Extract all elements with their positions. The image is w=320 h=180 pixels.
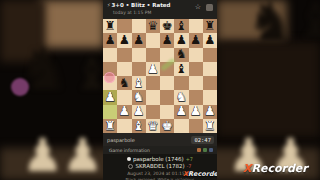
player-name[interactable]: pasparbole — [107, 137, 135, 143]
white-rating-diff: +7 — [186, 156, 193, 162]
square-b8[interactable] — [117, 19, 131, 33]
square-c6[interactable] — [132, 48, 146, 62]
white-pawn: ♟ — [190, 105, 201, 118]
white-king: ♚ — [162, 120, 173, 133]
square-c2[interactable]: ♟ — [132, 105, 146, 119]
bg-dark-blur — [217, 42, 320, 137]
white-rook: ♜ — [204, 120, 215, 133]
player-clock: 02:47 — [191, 136, 214, 144]
white-player-line: pasparbole (1746) +7 — [127, 156, 193, 162]
white-pawn: ♟ — [119, 105, 130, 118]
watermark-rest: Recorder — [251, 162, 307, 175]
square-b7[interactable]: ♟ — [117, 33, 131, 47]
white-pawn: ♟ — [147, 63, 158, 76]
square-e3[interactable] — [160, 90, 174, 104]
square-h8[interactable]: ♜ — [203, 19, 217, 33]
white-knight: ♞ — [176, 91, 187, 104]
square-f5[interactable]: ♝ — [174, 62, 188, 76]
square-f6[interactable]: ♞ — [174, 48, 188, 62]
square-c3[interactable]: ♞ — [132, 90, 146, 104]
game-date-subtitle: today at 1:15 PM — [113, 10, 151, 15]
app-panel: ⚡3+0 • Blitz • Rated today at 1:15 PM ☆ … — [103, 0, 217, 180]
black-rook: ♜ — [105, 20, 116, 33]
black-player-name: SKRABDEL — [135, 163, 164, 169]
white-knight: ♞ — [133, 91, 144, 104]
square-f1[interactable] — [174, 119, 188, 133]
black-rook: ♜ — [204, 20, 215, 33]
white-queen: ♛ — [147, 120, 158, 133]
white-player-rating: (1746) — [165, 156, 183, 162]
square-c5[interactable] — [132, 62, 146, 76]
action-icon-1[interactable] — [197, 148, 201, 152]
square-d3[interactable] — [146, 90, 160, 104]
background-bishop-icon: ♝ — [294, 0, 320, 44]
game-meta-title: ⚡3+0 • Blitz • Rated — [107, 2, 171, 8]
blitz-icon: ⚡ — [107, 2, 111, 8]
black-pawn: ♟ — [105, 34, 116, 47]
square-c8[interactable] — [132, 19, 146, 33]
square-g7[interactable]: ♟ — [189, 33, 203, 47]
white-pawn: ♟ — [105, 91, 116, 104]
square-a3[interactable]: ♟ — [103, 90, 117, 104]
black-pawn: ♟ — [204, 34, 215, 47]
square-f8[interactable]: ♝ — [174, 19, 188, 33]
square-g3[interactable] — [189, 90, 203, 104]
square-c1[interactable]: ♝ — [132, 119, 146, 133]
square-b6[interactable] — [117, 48, 131, 62]
menu-icon[interactable] — [206, 4, 213, 11]
square-h4[interactable] — [203, 76, 217, 90]
black-knight: ♞ — [176, 48, 187, 61]
square-d6[interactable] — [146, 48, 160, 62]
square-d2[interactable] — [146, 105, 160, 119]
black-queen: ♛ — [147, 20, 158, 33]
square-a2[interactable] — [103, 105, 117, 119]
player-bar: pasparbole 02:47 — [103, 133, 217, 146]
square-g6[interactable] — [189, 48, 203, 62]
black-pawn: ♟ — [176, 34, 187, 47]
square-h2[interactable]: ♟ — [203, 105, 217, 119]
black-player-line: SKRABDEL (1782) -7 — [128, 163, 191, 169]
black-bishop: ♝ — [176, 63, 187, 76]
white-pawn: ♟ — [176, 105, 187, 118]
square-f3[interactable]: ♞ — [174, 90, 188, 104]
square-b4[interactable]: ♞ — [117, 76, 131, 90]
square-b2[interactable]: ♟ — [117, 105, 131, 119]
square-g2[interactable]: ♟ — [189, 105, 203, 119]
white-bishop: ♝ — [133, 120, 144, 133]
square-g4[interactable] — [189, 76, 203, 90]
touch-indicator — [104, 72, 115, 83]
square-d5[interactable]: ♟ — [146, 62, 160, 76]
square-g1[interactable] — [189, 119, 203, 133]
square-h5[interactable] — [203, 62, 217, 76]
xrecorder-watermark: XRecorder — [243, 162, 308, 175]
square-b5[interactable] — [117, 62, 131, 76]
video-frame: ♞ ♝ ♞ ♝ ♟ ♟ ♟ ♟ XRecorder ⚡3+0 • Blitz •… — [0, 0, 320, 180]
square-h1[interactable]: ♜ — [203, 119, 217, 133]
square-c4[interactable]: ♝ — [132, 76, 146, 90]
square-b3[interactable] — [117, 90, 131, 104]
black-pawn: ♟ — [162, 34, 173, 47]
white-rook: ♜ — [105, 120, 116, 133]
square-e1[interactable]: ♚ — [160, 119, 174, 133]
square-g8[interactable] — [189, 19, 203, 33]
square-d8[interactable]: ♛ — [146, 19, 160, 33]
square-e4[interactable] — [160, 76, 174, 90]
white-bishop: ♝ — [133, 77, 144, 90]
square-h6[interactable] — [203, 48, 217, 62]
square-c7[interactable]: ♟ — [132, 33, 146, 47]
background-pawn-icon: ♟ — [62, 132, 103, 178]
bg-touch-indicator-blur — [11, 78, 29, 96]
chess-board[interactable]: ♜♛♚♝♜♟♟♟♟♟♟♟♞♟♝♞♝♟♞♞♟♟♟♟♟♜♝♛♚♜ — [103, 19, 217, 133]
square-a6[interactable] — [103, 48, 117, 62]
white-player-icon — [127, 157, 131, 161]
square-a7[interactable]: ♟ — [103, 33, 117, 47]
black-player-icon — [128, 164, 133, 169]
square-b1[interactable] — [117, 119, 131, 133]
square-h3[interactable] — [203, 90, 217, 104]
black-pawn: ♟ — [119, 34, 130, 47]
square-e7[interactable]: ♟ — [160, 33, 174, 47]
black-rating-diff: -7 — [187, 163, 192, 169]
xrecorder-watermark-small: XRecorder — [183, 170, 217, 178]
action-icon-2[interactable] — [203, 148, 207, 152]
black-pawn: ♟ — [190, 34, 201, 47]
square-g5[interactable] — [189, 62, 203, 76]
square-f2[interactable]: ♟ — [174, 105, 188, 119]
square-a1[interactable]: ♜ — [103, 119, 117, 133]
white-pawn: ♟ — [204, 105, 215, 118]
black-player-rating: (1782) — [166, 163, 184, 169]
square-a8[interactable]: ♜ — [103, 19, 117, 33]
square-d1[interactable]: ♛ — [146, 119, 160, 133]
square-f7[interactable]: ♟ — [174, 33, 188, 47]
black-pawn: ♟ — [133, 34, 144, 47]
app-header: ⚡3+0 • Blitz • Rated today at 1:15 PM ☆ — [103, 0, 217, 19]
action-icon-3[interactable] — [209, 148, 213, 152]
square-h7[interactable]: ♟ — [203, 33, 217, 47]
game-information-header[interactable]: Game information — [103, 146, 217, 154]
black-king: ♚ — [162, 20, 173, 33]
square-f4[interactable] — [174, 76, 188, 90]
black-knight: ♞ — [119, 77, 130, 90]
square-e8[interactable]: ♚ — [160, 19, 174, 33]
background-knight-icon: ♞ — [246, 0, 296, 50]
section-action-icons — [197, 148, 213, 152]
bookmark-star-icon[interactable]: ☆ — [195, 4, 201, 11]
background-pawn-icon: ♟ — [22, 132, 63, 178]
section-title: Game information — [109, 148, 150, 153]
square-e2[interactable] — [160, 105, 174, 119]
black-bishop: ♝ — [176, 20, 187, 33]
white-pawn: ♟ — [133, 105, 144, 118]
square-d4[interactable] — [146, 76, 160, 90]
square-d7[interactable] — [146, 33, 160, 47]
white-player-name: pasparbole — [133, 156, 164, 162]
